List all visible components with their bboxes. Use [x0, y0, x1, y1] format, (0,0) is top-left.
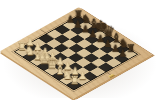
piece-white-pawn: ♟ [46, 52, 58, 62]
piece-white-knight: ♞ [61, 69, 73, 81]
piece-white-pawn: ♟ [61, 62, 73, 72]
piece-white-pawn: ♟ [76, 71, 88, 81]
piece-white-pawn: ♟ [54, 57, 66, 67]
chess-set-photo: ♜♟♞♟♝♟♚♟♛♟♝♟♟♞♜♟♟♜♞♟♟♝♟♚♟♛♟♝♟♞♟♜ [0, 0, 160, 100]
piece-white-pawn: ♟ [69, 66, 81, 76]
piece-white-bishop: ♝ [53, 63, 65, 76]
piece-white-queen: ♛ [46, 56, 58, 71]
piece-white-rook: ♜ [68, 75, 80, 86]
